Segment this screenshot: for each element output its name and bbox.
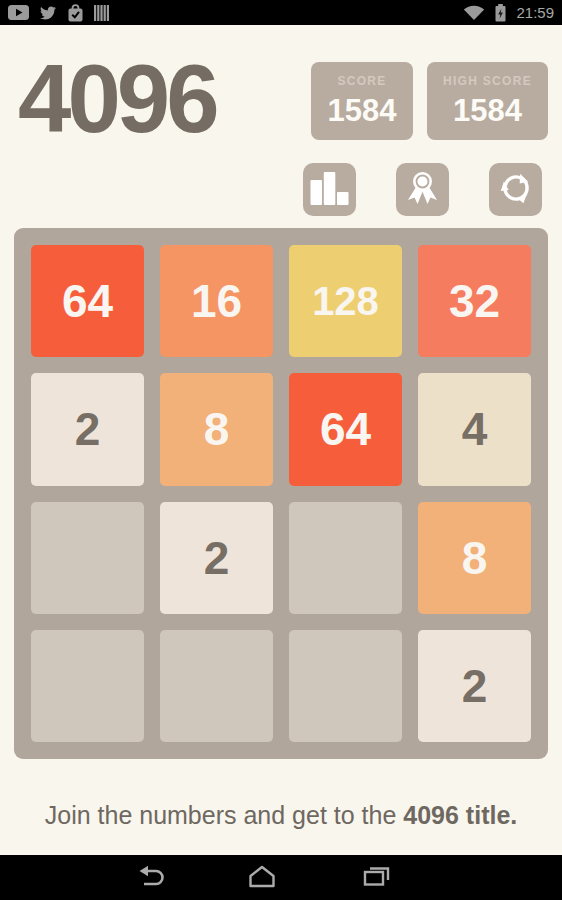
status-bar: 21:59: [0, 0, 562, 25]
shopping-bag-icon: [67, 4, 84, 22]
tile-2: 2: [31, 373, 144, 485]
tile-8: 8: [160, 373, 273, 485]
high-score-label: HIGH SCORE: [427, 74, 548, 88]
back-icon: [137, 864, 167, 891]
tile-16: 16: [160, 245, 273, 357]
footer-text-bold: 4096 title.: [403, 801, 517, 829]
status-bar-clock: 21:59: [516, 0, 554, 25]
score-label: SCORE: [311, 74, 413, 88]
empty-cell: [31, 502, 144, 614]
refresh-icon: [496, 168, 536, 211]
empty-cell: [31, 630, 144, 742]
android-nav-bar: [0, 855, 562, 900]
phone-screen: 21:59 4096 SCORE 1584 HIGH SCORE 1584: [0, 0, 562, 900]
app-title: 4096: [18, 51, 216, 147]
tile-4: 4: [418, 373, 531, 485]
score-value: 1584: [311, 93, 413, 129]
empty-cell: [160, 630, 273, 742]
twitter-icon: [39, 5, 57, 21]
empty-cell: [289, 630, 402, 742]
barcode-icon: [94, 5, 109, 21]
empty-cell: [289, 502, 402, 614]
footer-message: Join the numbers and get to the 4096 tit…: [0, 801, 562, 830]
wifi-icon: [463, 4, 485, 21]
recents-button[interactable]: [344, 855, 408, 900]
tile-2: 2: [418, 630, 531, 742]
achievements-button[interactable]: [396, 163, 449, 216]
tile-8: 8: [418, 502, 531, 614]
tile-128: 128: [289, 245, 402, 357]
bar-chart-icon: [310, 171, 349, 208]
high-score-value: 1584: [427, 93, 548, 129]
tile-64: 64: [289, 373, 402, 485]
high-score-box: HIGH SCORE 1584: [427, 62, 548, 140]
tile-64: 64: [31, 245, 144, 357]
footer-text-regular: Join the numbers and get to the: [45, 801, 404, 829]
back-button[interactable]: [120, 855, 184, 900]
recents-icon: [361, 864, 391, 891]
award-ribbon-icon: [396, 162, 449, 218]
score-box: SCORE 1584: [311, 62, 413, 140]
tile-2: 2: [160, 502, 273, 614]
new-game-button[interactable]: [489, 163, 542, 216]
stats-button[interactable]: [303, 163, 356, 216]
home-icon: [247, 864, 277, 891]
home-button[interactable]: [230, 855, 294, 900]
game-board[interactable]: 64161283228644282: [14, 228, 548, 759]
youtube-icon: [8, 5, 29, 20]
battery-charging-icon: [495, 4, 506, 22]
tile-32: 32: [418, 245, 531, 357]
